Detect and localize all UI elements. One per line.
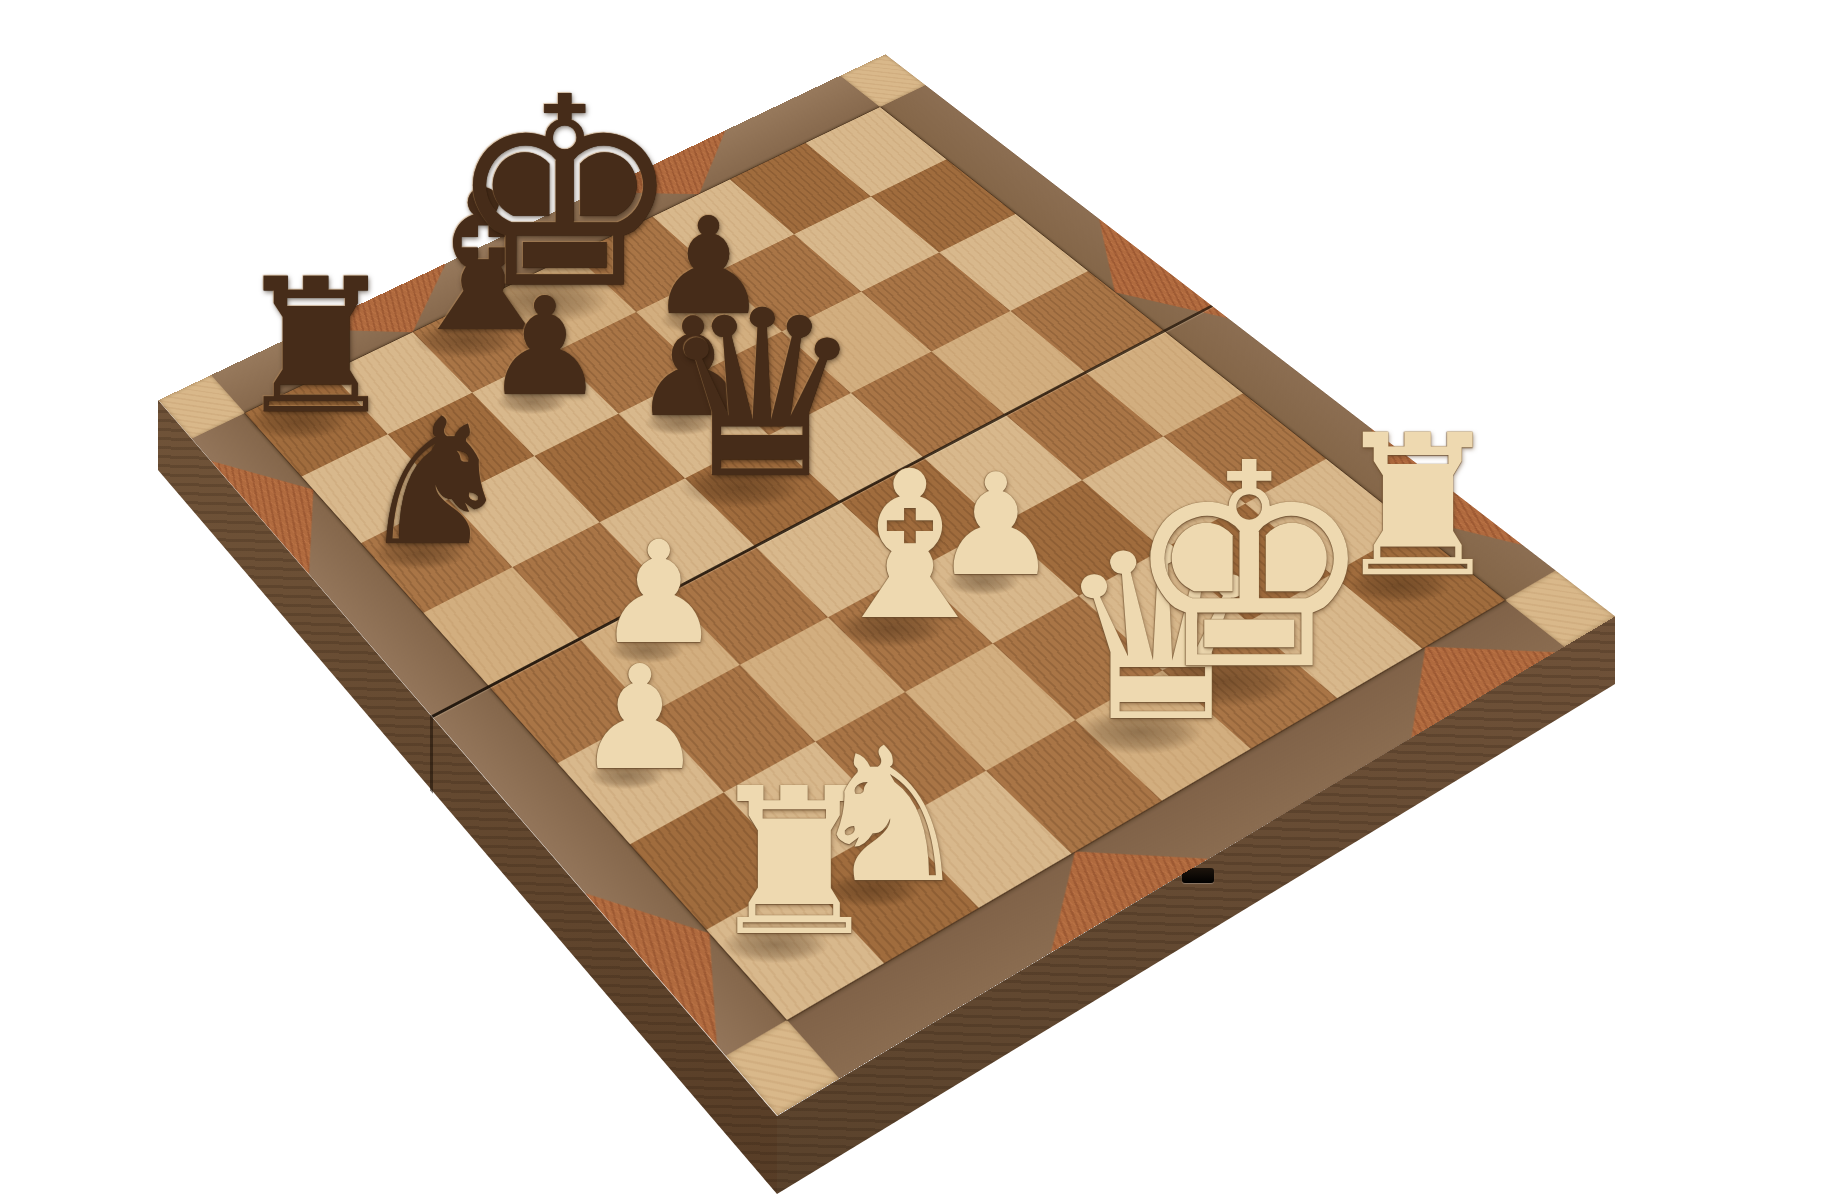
- piece-white-knight-b1[interactable]: ♞: [807, 723, 973, 908]
- hinge-seam: [430, 714, 433, 793]
- pawn-glyph: ♟: [576, 647, 705, 791]
- knight-glyph: ♞: [358, 396, 515, 571]
- piece-white-pawn-e3[interactable]: ♟: [933, 455, 1059, 596]
- corner-inlay-h1: [1505, 570, 1615, 646]
- chessboard-scene: ♜♝♚♟♟♞♟♛♟♟♝♟♜♞♛♚♜: [0, 0, 1842, 1200]
- pawn-glyph: ♟: [933, 455, 1059, 596]
- corner-inlay-a1: [726, 1020, 840, 1115]
- rook-glyph: ♜: [1330, 410, 1505, 605]
- piece-white-pawn-a3[interactable]: ♟: [576, 647, 705, 791]
- knight-glyph: ♞: [807, 723, 973, 908]
- piece-black-knight-a6[interactable]: ♞: [358, 396, 515, 571]
- corner-inlay-h8: [840, 54, 925, 107]
- piece-white-rook-h1[interactable]: ♜: [1330, 410, 1505, 605]
